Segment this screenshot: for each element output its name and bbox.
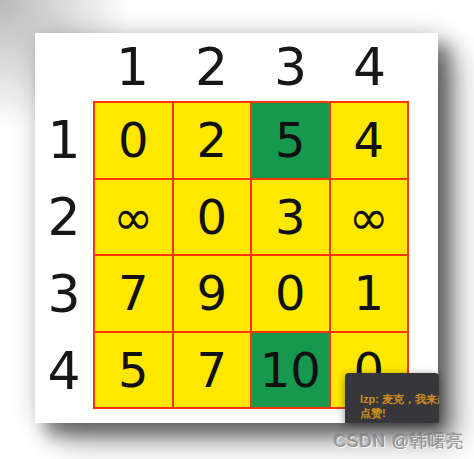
matrix-cell-r2c2: 0 [174,180,251,255]
comment-line-1: lzp: 麦克，我来赶 [360,392,439,406]
distance-matrix-grid: 0 2 5 4 ∞ 0 3 ∞ 7 9 0 1 5 7 10 0 [93,101,409,409]
matrix-card: 1 2 3 4 1 2 3 4 0 2 5 4 ∞ 0 3 ∞ 7 9 0 1 … [35,33,438,423]
row-header-3: 3 [47,268,80,320]
matrix-cell-r1c1: 0 [95,103,172,178]
matrix-cell-r1c2: 2 [174,103,251,178]
matrix-cell-r3c2: 9 [174,256,251,331]
screenshot-canvas: 1 2 3 4 1 2 3 4 0 2 5 4 ∞ 0 3 ∞ 7 9 0 1 … [0,0,474,459]
matrix-cell-r4c2: 7 [174,333,251,408]
comment-overlay-box: lzp: 麦克，我来赶 点赞! [345,373,439,423]
matrix-cell-r2c3: 3 [252,180,329,255]
column-headers: 1 2 3 4 [93,33,409,101]
matrix-cell-r1c4: 4 [331,103,408,178]
matrix-cell-r3c3: 0 [252,256,329,331]
matrix-cell-r2c4: ∞ [331,180,408,255]
row-header-4: 4 [47,345,80,397]
matrix-cell-r4c1: 5 [95,333,172,408]
matrix-cell-r1c3: 5 [252,103,329,178]
matrix-cell-r2c1: ∞ [95,180,172,255]
row-header-1: 1 [47,114,80,166]
col-header-2: 2 [195,41,228,93]
csdn-watermark: CSDN @韩曙亮 [334,430,464,453]
row-header-2: 2 [47,191,80,243]
col-header-3: 3 [274,41,307,93]
comment-line-2: 点赞! [360,406,439,420]
matrix-cell-r3c4: 1 [331,256,408,331]
col-header-1: 1 [116,41,149,93]
col-header-4: 4 [353,41,386,93]
matrix-cell-r4c3: 10 [252,333,329,408]
row-headers: 1 2 3 4 [35,101,93,409]
matrix-cell-r3c1: 7 [95,256,172,331]
